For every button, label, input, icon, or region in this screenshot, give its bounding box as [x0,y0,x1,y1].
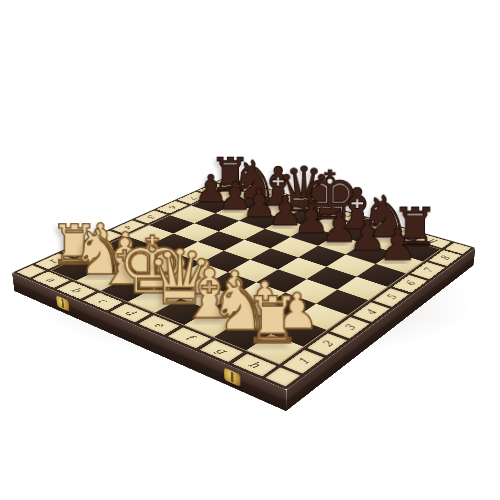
label-text: 6 [166,205,178,210]
label-text: h [246,360,263,369]
label-text: a [44,276,59,283]
piece-glyph: ♜ [244,289,302,353]
product-photo-scene: ♜♞♝♛♚♝♞♜♟♟♟♟♟♟♟♟♟♟♟♟♟♟♟♟♜♞♝♚♛♝♞♜ abcdefg… [0,0,500,500]
label-text: 4 [363,308,379,315]
label-text: g [213,346,229,355]
label-text: e [151,321,166,329]
label-text: f [183,334,196,341]
label-text: 5 [384,294,400,301]
label-text: 8 [438,255,452,261]
piece-glyph: ♟ [378,223,417,266]
label-text: c [95,298,110,305]
label-text: 5 [145,214,158,219]
brass-clasp [56,295,69,312]
label-text: b [69,287,84,294]
brass-clasp [224,368,240,387]
label-text: 1 [295,357,312,366]
label-text: 6 [403,280,418,286]
label-text: d [122,309,138,317]
label-text: 7 [421,267,436,273]
label-text: 2 [319,340,336,348]
label-text: 3 [342,324,358,332]
